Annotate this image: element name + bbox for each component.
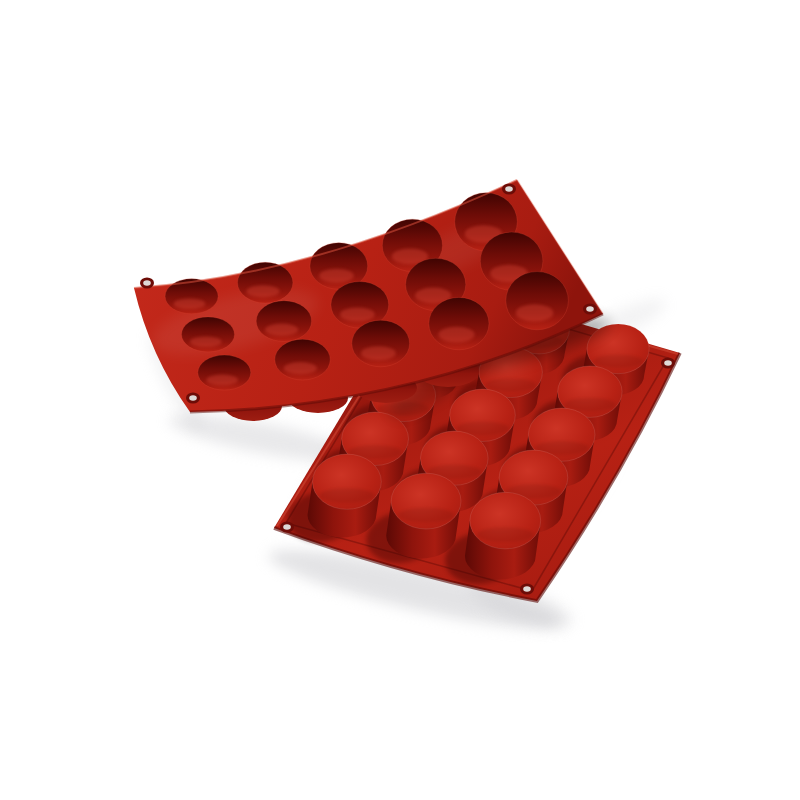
shape <box>143 280 151 286</box>
shape <box>664 360 672 366</box>
cavity-reflection <box>190 337 222 348</box>
cavity-reflection <box>438 327 474 343</box>
cavity-reflection <box>319 269 354 283</box>
hanging-hole <box>502 184 516 195</box>
hanging-hole <box>186 393 200 404</box>
shape <box>505 186 513 192</box>
hanging-hole <box>583 304 597 315</box>
shape <box>523 586 531 592</box>
cavity-reflection <box>174 298 206 309</box>
cavity-reflection <box>340 308 375 322</box>
hanging-hole <box>661 358 675 369</box>
silicone-molds-photo <box>0 0 800 800</box>
hanging-hole <box>280 522 294 533</box>
shape <box>189 395 197 401</box>
mold-cavity <box>182 317 235 352</box>
cavity-reflection <box>246 285 279 297</box>
product-image <box>0 0 800 800</box>
mold-cup <box>465 492 541 579</box>
mold-cavity <box>429 297 489 349</box>
mold-cavity <box>352 320 410 367</box>
mold-cavity <box>256 301 311 342</box>
cavity-reflection <box>284 362 317 374</box>
cavity-reflection <box>265 324 298 336</box>
shape <box>586 306 594 312</box>
mold-cup <box>386 473 461 558</box>
cavity-reflection <box>516 304 554 321</box>
hanging-hole <box>520 584 534 595</box>
mold-cavity <box>506 272 569 330</box>
cavity-reflection <box>361 346 396 360</box>
shape <box>283 524 291 530</box>
mold-cavity <box>275 339 330 380</box>
cavity-reflection <box>206 375 238 386</box>
mold-cup <box>308 454 382 537</box>
mold-cavity <box>198 355 251 390</box>
hanging-hole <box>140 278 154 289</box>
